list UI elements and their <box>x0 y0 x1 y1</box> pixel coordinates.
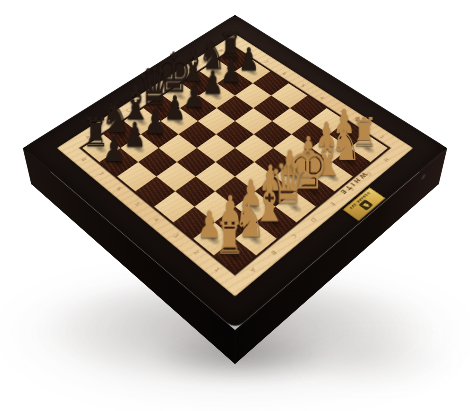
piece-white-rook-a1: ♜ <box>204 216 254 261</box>
knight-glyph: ♞ <box>361 201 372 210</box>
power-button <box>419 173 426 184</box>
brand-knight-icon: ♞ <box>359 200 374 211</box>
product-photo-stage: 87654321 87654321 HGFEDCBA HGFEDCBA WHIT… <box>0 0 470 411</box>
chess-board: 87654321 87654321 HGFEDCBA HGFEDCBA WHIT… <box>23 15 447 330</box>
scene: 87654321 87654321 HGFEDCBA HGFEDCBA WHIT… <box>0 0 470 411</box>
piece-black-pawn-a7: ♟ <box>91 131 137 166</box>
board-top-face: 87654321 87654321 HGFEDCBA HGFEDCBA WHIT… <box>23 15 447 330</box>
